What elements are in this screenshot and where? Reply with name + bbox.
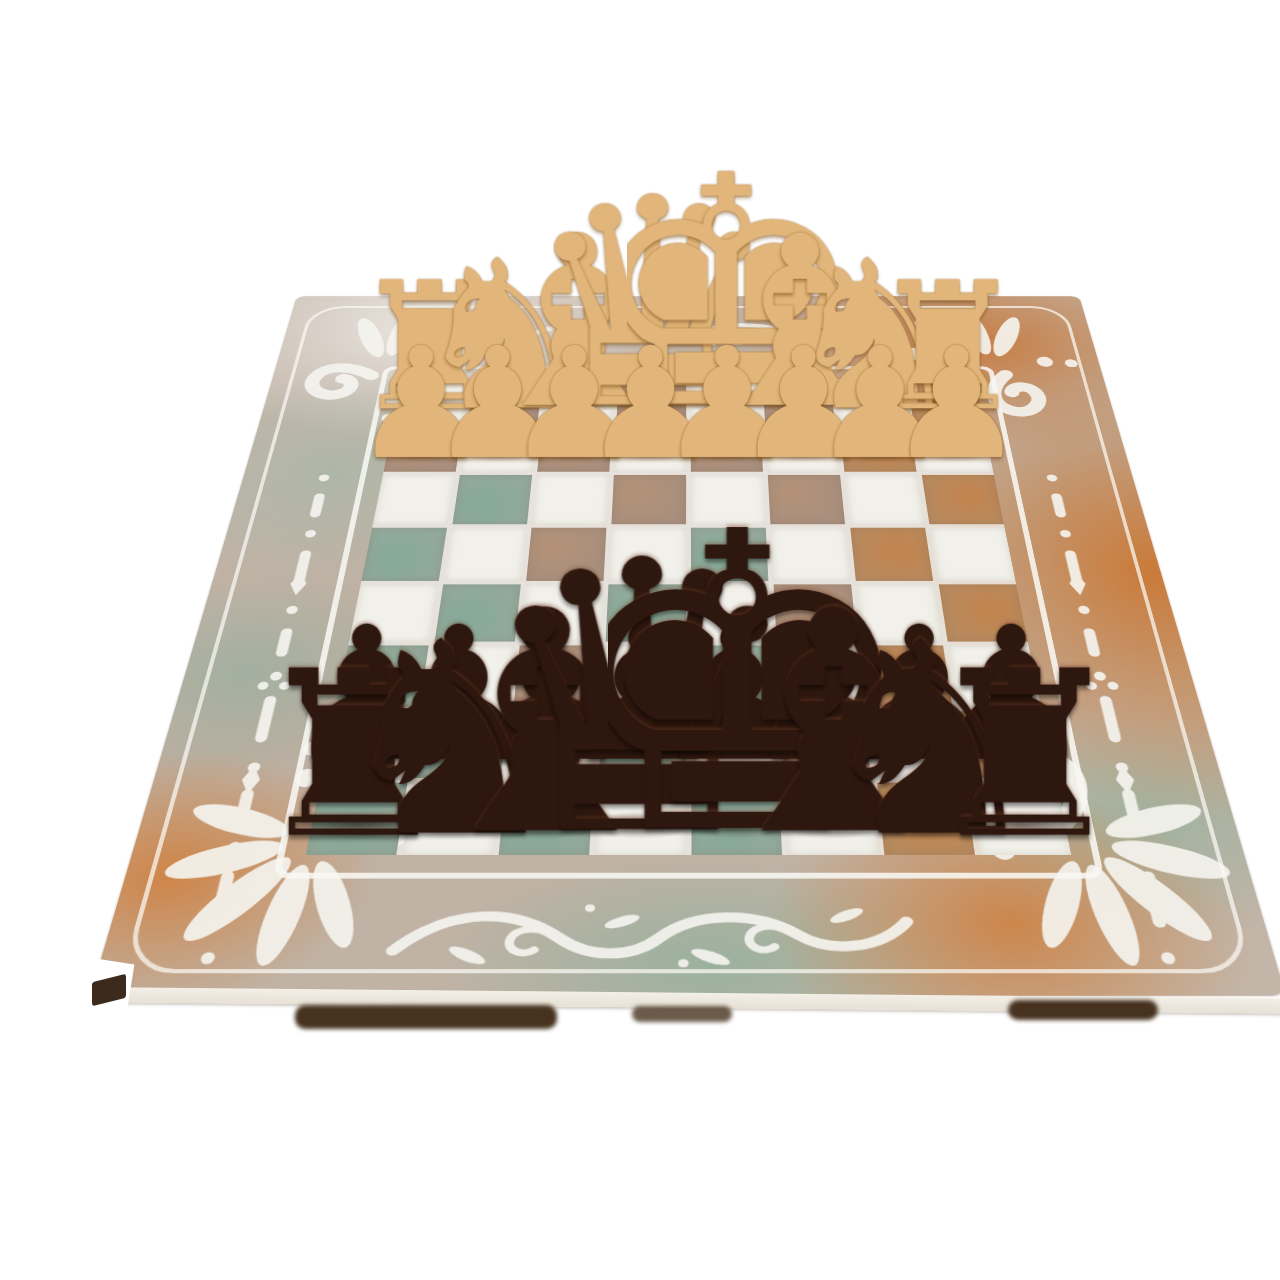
board-foot-shadow <box>632 1006 732 1022</box>
board-square-h3[interactable] <box>373 475 455 525</box>
chessboard: ♜♞♝♛♚♝♞♜♟♟♟♟♟♟♟♟♟♟♟♟♟♟♟♟♜♞♝♛♚♝♞♜ <box>90 296 1280 995</box>
chess-piece-white-pawn[interactable]: ♟ <box>854 309 1059 463</box>
board-scene: ♜♞♝♛♚♝♞♜♟♟♟♟♟♟♟♟♟♟♟♟♟♟♟♟♜♞♝♛♚♝♞♜ <box>215 100 1161 1046</box>
board-foot-shadow <box>295 1005 557 1029</box>
photo-background: chess <box>40 16 1280 1280</box>
board-foot-shadow <box>1008 1000 1158 1020</box>
chess-piece-black-rook[interactable]: ♜ <box>896 612 1153 841</box>
board-square-a3[interactable] <box>922 475 1004 525</box>
chess-piece-glyph: ♜ <box>922 640 1128 869</box>
